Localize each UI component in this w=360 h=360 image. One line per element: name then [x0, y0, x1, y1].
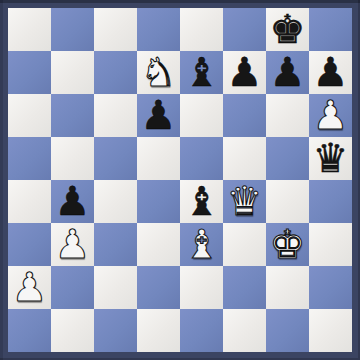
black-pawn[interactable]: ♟ — [313, 51, 349, 94]
square-c3[interactable] — [94, 223, 137, 266]
square-f7[interactable]: ♟ — [223, 51, 266, 94]
square-a5[interactable] — [8, 137, 51, 180]
square-c7[interactable] — [94, 51, 137, 94]
square-b5[interactable] — [51, 137, 94, 180]
square-g1[interactable] — [266, 309, 309, 352]
square-b2[interactable] — [51, 266, 94, 309]
square-e2[interactable] — [180, 266, 223, 309]
white-pawn[interactable]: ♟ — [55, 223, 91, 266]
black-pawn[interactable]: ♟ — [270, 51, 306, 94]
square-d5[interactable] — [137, 137, 180, 180]
square-a4[interactable] — [8, 180, 51, 223]
square-a8[interactable] — [8, 8, 51, 51]
square-d7[interactable]: ♞ — [137, 51, 180, 94]
square-d3[interactable] — [137, 223, 180, 266]
square-h4[interactable] — [309, 180, 352, 223]
square-g2[interactable] — [266, 266, 309, 309]
square-h5[interactable]: ♛ — [309, 137, 352, 180]
square-b7[interactable] — [51, 51, 94, 94]
square-h2[interactable] — [309, 266, 352, 309]
black-king[interactable]: ♚ — [270, 8, 306, 51]
white-pawn[interactable]: ♟ — [313, 94, 349, 137]
chess-board: ♚♞♝♟♟♟♟♟♛♟♝♛♟♝♚♟ — [8, 8, 352, 352]
square-f4[interactable]: ♛ — [223, 180, 266, 223]
square-h7[interactable]: ♟ — [309, 51, 352, 94]
square-d4[interactable] — [137, 180, 180, 223]
square-c6[interactable] — [94, 94, 137, 137]
square-f1[interactable] — [223, 309, 266, 352]
square-e5[interactable] — [180, 137, 223, 180]
square-f3[interactable] — [223, 223, 266, 266]
square-a7[interactable] — [8, 51, 51, 94]
board-frame: ♚♞♝♟♟♟♟♟♛♟♝♛♟♝♚♟ — [0, 0, 360, 360]
square-f8[interactable] — [223, 8, 266, 51]
square-b8[interactable] — [51, 8, 94, 51]
square-g6[interactable] — [266, 94, 309, 137]
square-h6[interactable]: ♟ — [309, 94, 352, 137]
square-a1[interactable] — [8, 309, 51, 352]
square-g4[interactable] — [266, 180, 309, 223]
square-b4[interactable]: ♟ — [51, 180, 94, 223]
square-d6[interactable]: ♟ — [137, 94, 180, 137]
square-b3[interactable]: ♟ — [51, 223, 94, 266]
white-pawn[interactable]: ♟ — [12, 266, 48, 309]
square-e8[interactable] — [180, 8, 223, 51]
square-e1[interactable] — [180, 309, 223, 352]
square-g7[interactable]: ♟ — [266, 51, 309, 94]
square-g8[interactable]: ♚ — [266, 8, 309, 51]
square-c2[interactable] — [94, 266, 137, 309]
square-b6[interactable] — [51, 94, 94, 137]
square-h1[interactable] — [309, 309, 352, 352]
square-f5[interactable] — [223, 137, 266, 180]
square-c5[interactable] — [94, 137, 137, 180]
square-c1[interactable] — [94, 309, 137, 352]
square-e3[interactable]: ♝ — [180, 223, 223, 266]
white-king[interactable]: ♚ — [270, 223, 306, 266]
square-f6[interactable] — [223, 94, 266, 137]
black-queen[interactable]: ♛ — [313, 137, 349, 180]
black-bishop[interactable]: ♝ — [184, 180, 220, 223]
black-pawn[interactable]: ♟ — [227, 51, 263, 94]
square-b1[interactable] — [51, 309, 94, 352]
white-bishop[interactable]: ♝ — [184, 223, 220, 266]
square-f2[interactable] — [223, 266, 266, 309]
square-e4[interactable]: ♝ — [180, 180, 223, 223]
square-a3[interactable] — [8, 223, 51, 266]
black-bishop[interactable]: ♝ — [184, 51, 220, 94]
square-g5[interactable] — [266, 137, 309, 180]
white-knight[interactable]: ♞ — [141, 51, 177, 94]
black-pawn[interactable]: ♟ — [55, 180, 91, 223]
square-e6[interactable] — [180, 94, 223, 137]
white-queen[interactable]: ♛ — [227, 180, 263, 223]
square-a6[interactable] — [8, 94, 51, 137]
square-h8[interactable] — [309, 8, 352, 51]
square-c8[interactable] — [94, 8, 137, 51]
square-h3[interactable] — [309, 223, 352, 266]
square-a2[interactable]: ♟ — [8, 266, 51, 309]
square-g3[interactable]: ♚ — [266, 223, 309, 266]
square-d1[interactable] — [137, 309, 180, 352]
square-c4[interactable] — [94, 180, 137, 223]
black-pawn[interactable]: ♟ — [141, 94, 177, 137]
square-d2[interactable] — [137, 266, 180, 309]
square-e7[interactable]: ♝ — [180, 51, 223, 94]
square-d8[interactable] — [137, 8, 180, 51]
